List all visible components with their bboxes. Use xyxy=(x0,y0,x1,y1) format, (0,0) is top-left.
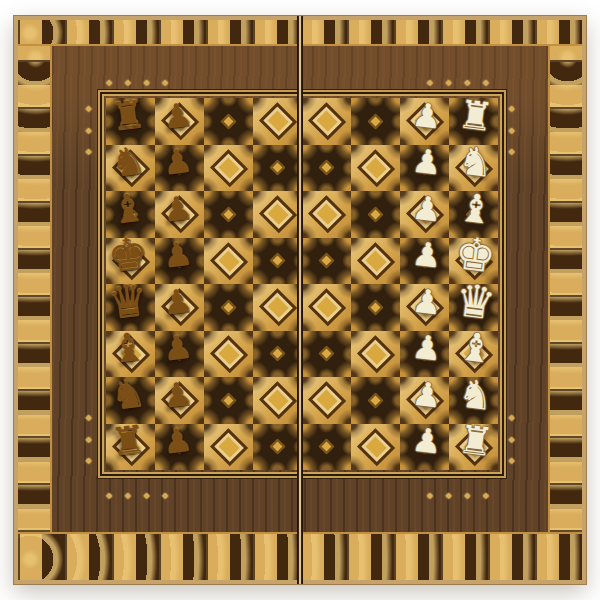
piece-black-bishop[interactable]: ♝ xyxy=(109,327,148,370)
hinge-seam xyxy=(297,16,303,584)
square-r6c6[interactable] xyxy=(351,331,400,378)
square-r4c4[interactable] xyxy=(253,238,302,285)
square-r7c2[interactable]: ♟ xyxy=(155,377,204,424)
piece-black-pawn[interactable]: ♟ xyxy=(161,283,194,319)
corner-ornament-icon: ◆ ◆ ◆ ◆ xyxy=(106,78,173,87)
square-r2c2[interactable]: ♟ xyxy=(155,145,204,192)
piece-white-bishop[interactable]: ♝ xyxy=(456,187,495,230)
square-r2c4[interactable] xyxy=(253,145,302,192)
square-r3c6[interactable] xyxy=(351,191,400,238)
square-r6c4[interactable] xyxy=(253,331,302,378)
piece-black-knight[interactable]: ♞ xyxy=(109,141,148,184)
square-r5c6[interactable] xyxy=(351,284,400,331)
square-r3c4[interactable] xyxy=(253,191,302,238)
piece-black-rook[interactable]: ♜ xyxy=(109,420,148,463)
photo-stage: ♜♟♟♜♞♟♟♞♝♟♟♝♚♟♟♚♛♟♟♛♝♟♟♝♞♟♟♞♜♟♟♜ ◆ ◆ ◆ ◆… xyxy=(0,0,600,600)
square-r7c6[interactable] xyxy=(351,377,400,424)
square-r3c5[interactable] xyxy=(302,191,351,238)
square-r7c7[interactable]: ♟ xyxy=(400,377,449,424)
piece-white-pawn[interactable]: ♟ xyxy=(410,283,443,319)
piece-black-pawn[interactable]: ♟ xyxy=(161,330,194,366)
square-r6c3[interactable] xyxy=(204,331,253,378)
square-r7c5[interactable] xyxy=(302,377,351,424)
square-r2c3[interactable] xyxy=(204,145,253,192)
piece-black-knight[interactable]: ♞ xyxy=(109,373,148,416)
corner-ornament-icon: ◆ ◆ ◆ ◆ xyxy=(427,491,494,500)
square-r4c2[interactable]: ♟ xyxy=(155,238,204,285)
square-r2c7[interactable]: ♟ xyxy=(400,145,449,192)
corner-ornament-icon: ◆ ◆ ◆ xyxy=(507,104,516,161)
piece-black-pawn[interactable]: ♟ xyxy=(161,376,194,412)
square-r7c1[interactable]: ♞ xyxy=(106,377,155,424)
square-r2c6[interactable] xyxy=(351,145,400,192)
square-r7c4[interactable] xyxy=(253,377,302,424)
square-r1c3[interactable] xyxy=(204,98,253,145)
square-r8c8[interactable]: ♜ xyxy=(449,424,498,471)
square-r8c6[interactable] xyxy=(351,424,400,471)
square-r8c4[interactable] xyxy=(253,424,302,471)
piece-white-pawn[interactable]: ♟ xyxy=(410,190,443,226)
square-r6c8[interactable]: ♝ xyxy=(449,331,498,378)
square-r6c5[interactable] xyxy=(302,331,351,378)
square-r3c2[interactable]: ♟ xyxy=(155,191,204,238)
corner-ornament-icon: ◆ ◆ ◆ ◆ xyxy=(427,78,494,87)
square-r6c2[interactable]: ♟ xyxy=(155,331,204,378)
square-r8c3[interactable] xyxy=(204,424,253,471)
piece-white-knight[interactable]: ♞ xyxy=(456,373,495,416)
piece-white-pawn[interactable]: ♟ xyxy=(410,237,443,273)
square-r5c1[interactable]: ♛ xyxy=(106,284,155,331)
square-r8c5[interactable] xyxy=(302,424,351,471)
corner-ornament-icon: ◆ ◆ ◆ xyxy=(84,413,93,470)
square-r1c5[interactable] xyxy=(302,98,351,145)
piece-white-queen[interactable]: ♛ xyxy=(453,277,499,327)
square-r2c5[interactable] xyxy=(302,145,351,192)
square-r1c7[interactable]: ♟ xyxy=(400,98,449,145)
chess-board: ♜♟♟♜♞♟♟♞♝♟♟♝♚♟♟♚♛♟♟♛♝♟♟♝♞♟♟♞♜♟♟♜ ◆ ◆ ◆ ◆… xyxy=(14,16,586,584)
square-r4c7[interactable]: ♟ xyxy=(400,238,449,285)
square-r5c8[interactable]: ♛ xyxy=(449,284,498,331)
square-r1c6[interactable] xyxy=(351,98,400,145)
square-r5c5[interactable] xyxy=(302,284,351,331)
piece-black-pawn[interactable]: ♟ xyxy=(161,237,194,273)
piece-white-pawn[interactable]: ♟ xyxy=(410,97,443,133)
piece-white-rook[interactable]: ♜ xyxy=(456,94,495,137)
square-r2c8[interactable]: ♞ xyxy=(449,145,498,192)
piece-white-rook[interactable]: ♜ xyxy=(456,420,495,463)
square-r2c1[interactable]: ♞ xyxy=(106,145,155,192)
piece-black-pawn[interactable]: ♟ xyxy=(161,144,194,180)
piece-black-pawn[interactable]: ♟ xyxy=(161,97,194,133)
piece-white-pawn[interactable]: ♟ xyxy=(410,330,443,366)
square-r4c6[interactable] xyxy=(351,238,400,285)
square-r6c7[interactable]: ♟ xyxy=(400,331,449,378)
piece-white-knight[interactable]: ♞ xyxy=(456,141,495,184)
marquetry-band-right xyxy=(548,46,582,532)
marquetry-band-left xyxy=(18,46,52,532)
square-r4c3[interactable] xyxy=(204,238,253,285)
square-r5c2[interactable]: ♟ xyxy=(155,284,204,331)
piece-black-pawn[interactable]: ♟ xyxy=(161,190,194,226)
corner-ornament-icon: ◆ ◆ ◆ xyxy=(84,104,93,161)
square-r5c3[interactable] xyxy=(204,284,253,331)
square-r5c7[interactable]: ♟ xyxy=(400,284,449,331)
piece-white-bishop[interactable]: ♝ xyxy=(456,327,495,370)
square-r4c5[interactable] xyxy=(302,238,351,285)
square-r8c2[interactable]: ♟ xyxy=(155,424,204,471)
square-r1c1[interactable]: ♜ xyxy=(106,98,155,145)
square-r1c4[interactable] xyxy=(253,98,302,145)
square-r3c3[interactable] xyxy=(204,191,253,238)
square-r7c3[interactable] xyxy=(204,377,253,424)
piece-white-pawn[interactable]: ♟ xyxy=(410,423,443,459)
corner-ornament-icon: ◆ ◆ ◆ ◆ xyxy=(106,491,173,500)
square-r1c2[interactable]: ♟ xyxy=(155,98,204,145)
square-r6c1[interactable]: ♝ xyxy=(106,331,155,378)
square-r3c7[interactable]: ♟ xyxy=(400,191,449,238)
piece-black-rook[interactable]: ♜ xyxy=(109,94,148,137)
corner-ornament-icon: ◆ ◆ ◆ xyxy=(507,413,516,470)
square-r5c4[interactable] xyxy=(253,284,302,331)
piece-black-bishop[interactable]: ♝ xyxy=(109,187,148,230)
square-r8c7[interactable]: ♟ xyxy=(400,424,449,471)
square-r7c8[interactable]: ♞ xyxy=(449,377,498,424)
square-r8c1[interactable]: ♜ xyxy=(106,424,155,471)
piece-black-queen[interactable]: ♛ xyxy=(106,277,152,327)
piece-black-pawn[interactable]: ♟ xyxy=(161,423,194,459)
piece-white-pawn[interactable]: ♟ xyxy=(410,376,443,412)
piece-white-pawn[interactable]: ♟ xyxy=(410,144,443,180)
square-r1c8[interactable]: ♜ xyxy=(449,98,498,145)
